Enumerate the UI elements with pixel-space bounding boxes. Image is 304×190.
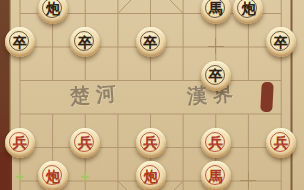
piece-glyph: 卒 [144, 35, 158, 49]
piece-red-soldier[interactable]: 兵 [266, 128, 296, 158]
table-edge-corner [0, 152, 12, 190]
xiangqi-board: 楚河 漢界 炮馬炮卒卒卒卒卒兵兵兵兵兵炮炮馬 [0, 0, 304, 190]
piece-black-soldier[interactable]: 卒 [201, 61, 231, 91]
piece-glyph: 兵 [13, 135, 27, 149]
piece-red-soldier[interactable]: 兵 [201, 128, 231, 158]
piece-glyph: 炮 [46, 1, 60, 15]
piece-red-soldier[interactable]: 兵 [5, 128, 35, 158]
piece-black-soldier[interactable]: 卒 [136, 27, 166, 57]
piece-red-soldier[interactable]: 兵 [70, 128, 100, 158]
piece-glyph: 馬 [209, 1, 223, 15]
piece-red-cannon[interactable]: 炮 [136, 161, 166, 190]
position-cross-marker [208, 38, 224, 54]
piece-red-cannon[interactable]: 炮 [38, 161, 68, 190]
piece-glyph: 卒 [78, 35, 92, 49]
piece-glyph: 炮 [46, 169, 60, 183]
piece-glyph: 兵 [144, 135, 158, 149]
piece-black-soldier[interactable]: 卒 [70, 27, 100, 57]
piece-glyph: 炮 [241, 1, 255, 15]
piece-black-soldier[interactable]: 卒 [5, 27, 35, 57]
piece-glyph: 馬 [209, 169, 223, 183]
piece-red-soldier[interactable]: 兵 [136, 128, 166, 158]
piece-red-horse[interactable]: 馬 [201, 161, 231, 190]
piece-glyph: 兵 [209, 135, 223, 149]
river-label-chu-he: 楚河 [69, 80, 123, 111]
piece-glyph: 炮 [144, 169, 158, 183]
position-cross-marker [240, 172, 256, 188]
piece-glyph: 兵 [274, 135, 288, 149]
piece-glyph: 卒 [209, 68, 223, 82]
piece-glyph: 卒 [274, 35, 288, 49]
river-red-seal-patch [260, 82, 274, 113]
piece-glyph: 兵 [78, 135, 92, 149]
piece-glyph: 卒 [13, 35, 27, 49]
piece-black-soldier[interactable]: 卒 [266, 27, 296, 57]
